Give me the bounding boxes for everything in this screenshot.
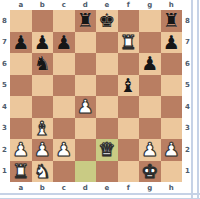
piece-white-pawn[interactable]: ♟	[139, 139, 161, 161]
rank-label-1: 1	[0, 161, 9, 183]
piece-black-king[interactable]: ♚	[96, 10, 118, 32]
square-g6[interactable]: ♟	[139, 53, 161, 75]
piece-white-rook[interactable]: ♜	[10, 161, 32, 183]
square-h4[interactable]	[161, 96, 183, 118]
square-a2[interactable]: ♟	[10, 139, 32, 161]
panel-edge-right-inner	[191, 0, 193, 199]
square-b2[interactable]: ♟	[32, 139, 54, 161]
square-d3[interactable]	[75, 118, 97, 140]
square-h1[interactable]	[161, 161, 183, 183]
chess-board-panel: abcdefgh abcdefgh 87654321 87654321 ♜♚♜♟…	[0, 0, 200, 199]
piece-white-pawn[interactable]: ♟	[10, 139, 32, 161]
square-b4[interactable]	[32, 96, 54, 118]
square-a8[interactable]	[10, 10, 32, 32]
square-c2[interactable]: ♟	[53, 139, 75, 161]
rank-label-5: 5	[184, 75, 191, 97]
piece-white-pawn[interactable]: ♟	[75, 96, 97, 118]
square-g3[interactable]	[139, 118, 161, 140]
square-e6[interactable]	[96, 53, 118, 75]
piece-black-rook[interactable]: ♜	[75, 10, 97, 32]
rank-label-5: 5	[0, 75, 9, 97]
rank-labels-left: 87654321	[0, 10, 9, 182]
piece-white-bishop[interactable]: ♝	[32, 118, 54, 140]
square-b8[interactable]	[32, 10, 54, 32]
square-h3[interactable]	[161, 118, 183, 140]
piece-black-pawn[interactable]: ♟	[53, 32, 75, 54]
square-g8[interactable]	[139, 10, 161, 32]
rank-label-3: 3	[184, 118, 191, 140]
square-e4[interactable]	[96, 96, 118, 118]
square-d6[interactable]	[75, 53, 97, 75]
file-label-f: f	[118, 183, 140, 193]
square-d7[interactable]	[75, 32, 97, 54]
rank-label-7: 7	[0, 32, 9, 54]
piece-white-pawn[interactable]: ♟	[53, 139, 75, 161]
square-c3[interactable]	[53, 118, 75, 140]
file-label-c: c	[53, 0, 75, 10]
square-b5[interactable]	[32, 75, 54, 97]
square-g5[interactable]	[139, 75, 161, 97]
square-f2[interactable]	[118, 139, 140, 161]
square-d5[interactable]	[75, 75, 97, 97]
square-f1[interactable]	[118, 161, 140, 183]
square-c8[interactable]	[53, 10, 75, 32]
square-f6[interactable]	[118, 53, 140, 75]
square-d1[interactable]	[75, 161, 97, 183]
square-d2[interactable]	[75, 139, 97, 161]
piece-white-pawn[interactable]: ♟	[161, 139, 183, 161]
piece-black-bishop[interactable]: ♝	[118, 75, 140, 97]
panel-edge-bottom-outer	[0, 198, 200, 199]
square-h2[interactable]: ♟	[161, 139, 183, 161]
square-e1[interactable]	[96, 161, 118, 183]
file-label-c: c	[53, 183, 75, 193]
chess-board: ♜♚♜♟♟♟♜♟♞♟♝♟♝♟♟♟♛♟♟♜♞♚	[10, 10, 182, 182]
piece-black-pawn[interactable]: ♟	[32, 32, 54, 54]
rank-labels-right: 87654321	[184, 10, 191, 182]
square-h6[interactable]	[161, 53, 183, 75]
square-a3[interactable]	[10, 118, 32, 140]
panel-edge-bottom-inner	[0, 193, 200, 195]
square-e5[interactable]	[96, 75, 118, 97]
file-labels-bottom: abcdefgh	[10, 183, 182, 193]
rank-label-4: 4	[184, 96, 191, 118]
square-g1[interactable]: ♚	[139, 161, 161, 183]
rank-label-4: 4	[0, 96, 9, 118]
square-a5[interactable]	[10, 75, 32, 97]
square-a6[interactable]	[10, 53, 32, 75]
piece-white-rook[interactable]: ♜	[118, 32, 140, 54]
square-f8[interactable]	[118, 10, 140, 32]
piece-white-queen[interactable]: ♛	[96, 139, 118, 161]
square-c6[interactable]	[53, 53, 75, 75]
square-a4[interactable]	[10, 96, 32, 118]
file-label-b: b	[32, 183, 54, 193]
file-label-g: g	[139, 183, 161, 193]
square-f7[interactable]: ♜	[118, 32, 140, 54]
square-g2[interactable]: ♟	[139, 139, 161, 161]
file-label-f: f	[118, 0, 140, 10]
piece-white-king[interactable]: ♚	[139, 161, 161, 183]
square-e7[interactable]	[96, 32, 118, 54]
square-d4[interactable]: ♟	[75, 96, 97, 118]
square-a7[interactable]: ♟	[10, 32, 32, 54]
piece-black-knight[interactable]: ♞	[32, 53, 54, 75]
file-label-d: d	[75, 183, 97, 193]
square-b3[interactable]: ♝	[32, 118, 54, 140]
square-f4[interactable]	[118, 96, 140, 118]
square-h8[interactable]: ♜	[161, 10, 183, 32]
rank-label-3: 3	[0, 118, 9, 140]
square-e3[interactable]	[96, 118, 118, 140]
file-label-h: h	[161, 183, 183, 193]
piece-black-pawn[interactable]: ♟	[10, 32, 32, 54]
square-c5[interactable]	[53, 75, 75, 97]
rank-label-6: 6	[0, 53, 9, 75]
rank-label-6: 6	[184, 53, 191, 75]
piece-black-pawn[interactable]: ♟	[139, 53, 161, 75]
piece-black-rook[interactable]: ♜	[161, 10, 183, 32]
file-labels-top: abcdefgh	[10, 0, 182, 10]
square-c4[interactable]	[53, 96, 75, 118]
square-g7[interactable]	[139, 32, 161, 54]
square-f5[interactable]: ♝	[118, 75, 140, 97]
file-label-e: e	[96, 183, 118, 193]
square-f3[interactable]	[118, 118, 140, 140]
square-a1[interactable]: ♜	[10, 161, 32, 183]
square-b1[interactable]: ♞	[32, 161, 54, 183]
piece-black-pawn[interactable]: ♟	[161, 32, 183, 54]
rank-label-1: 1	[184, 161, 191, 183]
rank-label-8: 8	[0, 10, 9, 32]
panel-edge-right-outer	[197, 0, 199, 199]
square-b6[interactable]: ♞	[32, 53, 54, 75]
square-d8[interactable]: ♜	[75, 10, 97, 32]
square-b7[interactable]: ♟	[32, 32, 54, 54]
file-label-b: b	[32, 0, 54, 10]
rank-label-2: 2	[0, 139, 9, 161]
square-h5[interactable]	[161, 75, 183, 97]
rank-label-8: 8	[184, 10, 191, 32]
square-h7[interactable]: ♟	[161, 32, 183, 54]
square-g4[interactable]	[139, 96, 161, 118]
file-label-g: g	[139, 0, 161, 10]
file-label-a: a	[10, 183, 32, 193]
file-label-a: a	[10, 0, 32, 10]
square-e8[interactable]: ♚	[96, 10, 118, 32]
piece-white-knight[interactable]: ♞	[32, 161, 54, 183]
piece-white-pawn[interactable]: ♟	[32, 139, 54, 161]
square-c7[interactable]: ♟	[53, 32, 75, 54]
square-c1[interactable]	[53, 161, 75, 183]
rank-label-2: 2	[184, 139, 191, 161]
square-e2[interactable]: ♛	[96, 139, 118, 161]
rank-label-7: 7	[184, 32, 191, 54]
